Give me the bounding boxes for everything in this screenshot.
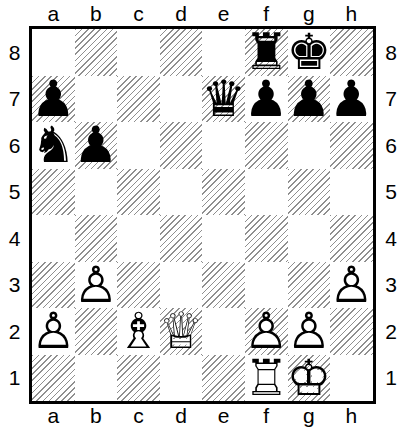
square-c1[interactable] — [117, 355, 160, 402]
square-c5[interactable] — [117, 169, 160, 216]
rank-labels-right: 87654321 — [376, 29, 406, 401]
square-b6[interactable]: ♟︎ — [75, 122, 118, 169]
piece-black-knight[interactable]: ♞︎ — [32, 122, 75, 169]
square-g1[interactable]: ♚︎♔︎ — [288, 355, 331, 402]
square-h1[interactable] — [330, 355, 373, 402]
file-label-f: f — [245, 403, 288, 428]
square-f2[interactable]: ♟︎♙︎ — [245, 308, 288, 355]
square-c2[interactable]: ♝︎♗︎ — [117, 308, 160, 355]
square-a4[interactable] — [32, 215, 75, 262]
square-a2[interactable]: ♟︎♙︎ — [32, 308, 75, 355]
rank-label-6: 6 — [376, 122, 406, 169]
file-label-c: c — [117, 0, 160, 26]
square-c4[interactable] — [117, 215, 160, 262]
square-g8[interactable]: ♚︎ — [288, 29, 331, 76]
square-b3[interactable]: ♟︎♙︎ — [75, 262, 118, 309]
piece-black-rook[interactable]: ♜︎ — [245, 29, 288, 76]
square-g5[interactable] — [288, 169, 331, 216]
square-d6[interactable] — [160, 122, 203, 169]
piece-black-pawn[interactable]: ♟︎ — [75, 122, 118, 169]
square-f6[interactable] — [245, 122, 288, 169]
black-piece-glyph: ♜︎ — [245, 29, 288, 76]
square-b5[interactable] — [75, 169, 118, 216]
black-piece-glyph: ♟︎ — [32, 76, 75, 123]
rank-label-6: 6 — [0, 122, 29, 169]
rank-label-4: 4 — [0, 215, 29, 262]
piece-white-bishop[interactable]: ♝︎♗︎ — [117, 308, 160, 355]
square-b1[interactable] — [75, 355, 118, 402]
file-label-h: h — [330, 403, 373, 428]
black-piece-glyph: ♟︎ — [288, 76, 331, 123]
piece-white-queen[interactable]: ♛︎♕︎ — [160, 308, 203, 355]
rank-label-1: 1 — [376, 355, 406, 402]
square-e6[interactable] — [202, 122, 245, 169]
square-b4[interactable] — [75, 215, 118, 262]
file-label-c: c — [117, 403, 160, 428]
square-d5[interactable] — [160, 169, 203, 216]
file-label-g: g — [288, 403, 331, 428]
square-e3[interactable] — [202, 262, 245, 309]
square-a6[interactable]: ♞︎ — [32, 122, 75, 169]
piece-white-pawn[interactable]: ♟︎♙︎ — [288, 308, 331, 355]
square-f5[interactable] — [245, 169, 288, 216]
chess-diagram: abcdefgh abcdefgh 87654321 87654321 ♜︎♚︎… — [0, 0, 406, 428]
white-piece-outline-glyph: ♙︎ — [288, 308, 331, 355]
file-labels-bottom: abcdefgh — [32, 403, 373, 428]
rank-label-3: 3 — [376, 262, 406, 309]
square-c6[interactable] — [117, 122, 160, 169]
square-a5[interactable] — [32, 169, 75, 216]
file-label-e: e — [202, 0, 245, 26]
file-label-e: e — [202, 403, 245, 428]
square-e1[interactable] — [202, 355, 245, 402]
piece-black-pawn[interactable]: ♟︎ — [32, 76, 75, 123]
rank-label-7: 7 — [0, 76, 29, 123]
white-piece-outline-glyph: ♕︎ — [160, 308, 203, 355]
square-b7[interactable] — [75, 76, 118, 123]
white-piece-outline-glyph: ♖︎ — [245, 355, 288, 402]
square-d2[interactable]: ♛︎♕︎ — [160, 308, 203, 355]
square-d7[interactable] — [160, 76, 203, 123]
square-f8[interactable]: ♜︎ — [245, 29, 288, 76]
black-piece-glyph: ♚︎ — [288, 29, 331, 76]
file-label-d: d — [160, 0, 203, 26]
file-label-h: h — [330, 0, 373, 26]
piece-black-pawn[interactable]: ♟︎ — [330, 76, 373, 123]
square-h8[interactable] — [330, 29, 373, 76]
white-piece-outline-glyph: ♙︎ — [75, 262, 118, 309]
square-e8[interactable] — [202, 29, 245, 76]
black-piece-glyph: ♞︎ — [32, 122, 75, 169]
square-e2[interactable] — [202, 308, 245, 355]
square-b2[interactable] — [75, 308, 118, 355]
rank-label-5: 5 — [376, 169, 406, 216]
square-a3[interactable] — [32, 262, 75, 309]
square-h2[interactable] — [330, 308, 373, 355]
square-a7[interactable]: ♟︎ — [32, 76, 75, 123]
square-g2[interactable]: ♟︎♙︎ — [288, 308, 331, 355]
square-f3[interactable] — [245, 262, 288, 309]
rank-label-8: 8 — [376, 29, 406, 76]
piece-white-king[interactable]: ♚︎♔︎ — [288, 355, 331, 402]
piece-white-pawn[interactable]: ♟︎♙︎ — [75, 262, 118, 309]
rank-label-8: 8 — [0, 29, 29, 76]
piece-black-pawn[interactable]: ♟︎ — [288, 76, 331, 123]
square-h3[interactable]: ♟︎♙︎ — [330, 262, 373, 309]
rank-label-7: 7 — [376, 76, 406, 123]
rank-label-2: 2 — [0, 308, 29, 355]
square-h7[interactable]: ♟︎ — [330, 76, 373, 123]
square-g6[interactable] — [288, 122, 331, 169]
square-d3[interactable] — [160, 262, 203, 309]
square-g4[interactable] — [288, 215, 331, 262]
piece-white-pawn[interactable]: ♟︎♙︎ — [32, 308, 75, 355]
square-f7[interactable]: ♟︎ — [245, 76, 288, 123]
square-c8[interactable] — [117, 29, 160, 76]
square-e5[interactable] — [202, 169, 245, 216]
piece-white-pawn[interactable]: ♟︎♙︎ — [245, 308, 288, 355]
square-d4[interactable] — [160, 215, 203, 262]
piece-black-king[interactable]: ♚︎ — [288, 29, 331, 76]
square-g7[interactable]: ♟︎ — [288, 76, 331, 123]
square-f1[interactable]: ♜︎♖︎ — [245, 355, 288, 402]
square-h6[interactable] — [330, 122, 373, 169]
white-piece-outline-glyph: ♙︎ — [330, 262, 373, 309]
file-label-b: b — [75, 403, 118, 428]
black-piece-glyph: ♟︎ — [330, 76, 373, 123]
rank-label-2: 2 — [376, 308, 406, 355]
black-piece-glyph: ♟︎ — [75, 122, 118, 169]
piece-black-queen[interactable]: ♛︎ — [202, 76, 245, 123]
rank-labels-left: 87654321 — [0, 29, 29, 401]
square-a1[interactable] — [32, 355, 75, 402]
square-h4[interactable] — [330, 215, 373, 262]
piece-white-pawn[interactable]: ♟︎♙︎ — [330, 262, 373, 309]
file-labels-top: abcdefgh — [32, 0, 373, 26]
white-piece-outline-glyph: ♗︎ — [117, 308, 160, 355]
rank-label-4: 4 — [376, 215, 406, 262]
file-label-f: f — [245, 0, 288, 26]
white-piece-outline-glyph: ♙︎ — [32, 308, 75, 355]
square-c3[interactable] — [117, 262, 160, 309]
piece-white-rook[interactable]: ♜︎♖︎ — [245, 355, 288, 402]
white-piece-outline-glyph: ♙︎ — [245, 308, 288, 355]
square-e4[interactable] — [202, 215, 245, 262]
black-piece-glyph: ♛︎ — [202, 76, 245, 123]
white-piece-outline-glyph: ♔︎ — [288, 355, 331, 402]
file-label-a: a — [32, 403, 75, 428]
rank-label-5: 5 — [0, 169, 29, 216]
file-label-b: b — [75, 0, 118, 26]
square-c7[interactable] — [117, 76, 160, 123]
square-d8[interactable] — [160, 29, 203, 76]
square-h5[interactable] — [330, 169, 373, 216]
black-piece-glyph: ♟︎ — [245, 76, 288, 123]
file-label-d: d — [160, 403, 203, 428]
chess-board: ♜︎♚︎♟︎♛︎♟︎♟︎♟︎♞︎♟︎♟︎♙︎♟︎♙︎♟︎♙︎♝︎♗︎♛︎♕︎♟︎… — [29, 26, 376, 404]
file-label-a: a — [32, 0, 75, 26]
square-g3[interactable] — [288, 262, 331, 309]
square-b8[interactable] — [75, 29, 118, 76]
square-e7[interactable]: ♛︎ — [202, 76, 245, 123]
square-a8[interactable] — [32, 29, 75, 76]
file-label-g: g — [288, 0, 331, 26]
rank-label-1: 1 — [0, 355, 29, 402]
square-d1[interactable] — [160, 355, 203, 402]
piece-black-pawn[interactable]: ♟︎ — [245, 76, 288, 123]
rank-label-3: 3 — [0, 262, 29, 309]
square-f4[interactable] — [245, 215, 288, 262]
